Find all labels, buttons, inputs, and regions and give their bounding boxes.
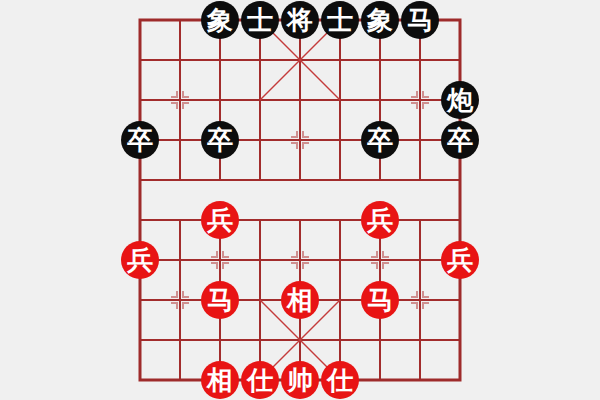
piece-black-advisor[interactable]: 士 <box>241 1 279 39</box>
xiangqi-app-canvas: 象士将士象马炮卒卒卒卒兵兵兵兵马相马相仕帅仕 <box>0 0 600 400</box>
piece-black-elephant[interactable]: 象 <box>201 1 239 39</box>
piece-red-horse[interactable]: 马 <box>361 281 399 319</box>
piece-black-general[interactable]: 将 <box>281 1 319 39</box>
xiangqi-board[interactable]: 象士将士象马炮卒卒卒卒兵兵兵兵马相马相仕帅仕 <box>120 0 480 400</box>
piece-red-elephant[interactable]: 相 <box>201 361 239 399</box>
piece-red-horse[interactable]: 马 <box>201 281 239 319</box>
piece-red-advisor[interactable]: 仕 <box>241 361 279 399</box>
piece-red-soldier[interactable]: 兵 <box>121 241 159 279</box>
piece-red-soldier[interactable]: 兵 <box>441 241 479 279</box>
piece-red-soldier[interactable]: 兵 <box>361 201 399 239</box>
piece-black-advisor[interactable]: 士 <box>321 1 359 39</box>
piece-black-soldier[interactable]: 卒 <box>121 121 159 159</box>
piece-black-elephant[interactable]: 象 <box>361 1 399 39</box>
piece-black-horse[interactable]: 马 <box>401 1 439 39</box>
piece-black-cannon[interactable]: 炮 <box>441 81 479 119</box>
piece-red-soldier[interactable]: 兵 <box>201 201 239 239</box>
piece-black-soldier[interactable]: 卒 <box>201 121 239 159</box>
piece-red-advisor[interactable]: 仕 <box>321 361 359 399</box>
piece-black-soldier[interactable]: 卒 <box>441 121 479 159</box>
piece-red-elephant[interactable]: 相 <box>281 281 319 319</box>
piece-red-general[interactable]: 帅 <box>281 361 319 399</box>
piece-black-soldier[interactable]: 卒 <box>361 121 399 159</box>
